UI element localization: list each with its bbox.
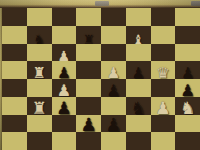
- square-d2[interactable]: ♟: [76, 115, 101, 133]
- square-h1[interactable]: [175, 132, 200, 150]
- square-g2[interactable]: [151, 115, 176, 133]
- square-d4[interactable]: [76, 79, 101, 97]
- square-e5[interactable]: ♟: [101, 61, 126, 79]
- square-c8[interactable]: [52, 8, 77, 26]
- square-d3[interactable]: [76, 97, 101, 115]
- square-e2[interactable]: ♟: [101, 115, 126, 133]
- square-c5[interactable]: ♟: [52, 61, 77, 79]
- square-h8[interactable]: [175, 8, 200, 26]
- square-d8[interactable]: [76, 8, 101, 26]
- square-f4[interactable]: [126, 79, 151, 97]
- square-c1[interactable]: [52, 132, 77, 150]
- square-f8[interactable]: [126, 8, 151, 26]
- square-g4[interactable]: [151, 79, 176, 97]
- square-b1[interactable]: [27, 132, 52, 150]
- board-frame-top: [0, 0, 200, 8]
- square-c2[interactable]: [52, 115, 77, 133]
- square-a1[interactable]: [2, 132, 27, 150]
- square-e4[interactable]: ♟: [101, 79, 126, 97]
- hinge-icon: [191, 1, 200, 6]
- square-c3[interactable]: ♟: [52, 97, 77, 115]
- board-grid: ♞♜♝♟♜♟♟♟♛♟♟♟♟♜♟♞♟♞♟♟: [2, 8, 200, 150]
- square-h3[interactable]: ♞: [175, 97, 200, 115]
- square-a8[interactable]: [2, 8, 27, 26]
- square-a6[interactable]: [2, 44, 27, 62]
- square-g7[interactable]: [151, 26, 176, 44]
- square-b7[interactable]: ♞: [27, 26, 52, 44]
- hinge-icon: [95, 1, 109, 6]
- square-h2[interactable]: [175, 115, 200, 133]
- square-h7[interactable]: [175, 26, 200, 44]
- square-g8[interactable]: [151, 8, 176, 26]
- square-b5[interactable]: ♜: [27, 61, 52, 79]
- square-a3[interactable]: [2, 97, 27, 115]
- square-h5[interactable]: ♟: [175, 61, 200, 79]
- square-b4[interactable]: [27, 79, 52, 97]
- square-f2[interactable]: [126, 115, 151, 133]
- square-a7[interactable]: [2, 26, 27, 44]
- square-e1[interactable]: [101, 132, 126, 150]
- square-f6[interactable]: [126, 44, 151, 62]
- square-g5[interactable]: ♛: [151, 61, 176, 79]
- square-d6[interactable]: [76, 44, 101, 62]
- square-d1[interactable]: [76, 132, 101, 150]
- square-f3[interactable]: ♞: [126, 97, 151, 115]
- square-c4[interactable]: ♟: [52, 79, 77, 97]
- square-a5[interactable]: [2, 61, 27, 79]
- square-d5[interactable]: [76, 61, 101, 79]
- square-f7[interactable]: ♝: [126, 26, 151, 44]
- square-d7[interactable]: ♜: [76, 26, 101, 44]
- square-e6[interactable]: [101, 44, 126, 62]
- chess-board-photo: ♞♜♝♟♜♟♟♟♛♟♟♟♟♜♟♞♟♞♟♟: [0, 0, 200, 150]
- square-h4[interactable]: ♟: [175, 79, 200, 97]
- square-f1[interactable]: [126, 132, 151, 150]
- square-a4[interactable]: [2, 79, 27, 97]
- square-a2[interactable]: [2, 115, 27, 133]
- square-b2[interactable]: [27, 115, 52, 133]
- square-b6[interactable]: [27, 44, 52, 62]
- square-h6[interactable]: [175, 44, 200, 62]
- square-g3[interactable]: ♟: [151, 97, 176, 115]
- square-b8[interactable]: [27, 8, 52, 26]
- square-g1[interactable]: [151, 132, 176, 150]
- square-c7[interactable]: [52, 26, 77, 44]
- square-g6[interactable]: [151, 44, 176, 62]
- square-e7[interactable]: [101, 26, 126, 44]
- square-b3[interactable]: ♜: [27, 97, 52, 115]
- square-c6[interactable]: ♟: [52, 44, 77, 62]
- square-e3[interactable]: [101, 97, 126, 115]
- square-e8[interactable]: [101, 8, 126, 26]
- square-f5[interactable]: ♟: [126, 61, 151, 79]
